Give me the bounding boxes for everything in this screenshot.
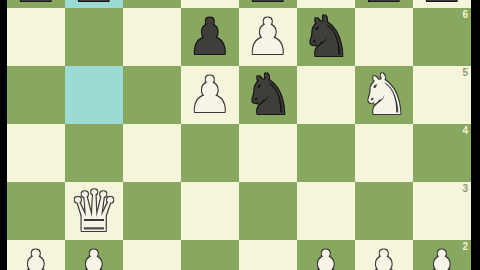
square-g6[interactable]: [355, 8, 413, 66]
black-pawn-h7[interactable]: ♟: [420, 0, 465, 9]
white-pawn-d5[interactable]: ♟: [188, 70, 233, 120]
square-e4[interactable]: [239, 124, 297, 182]
square-e3[interactable]: [239, 182, 297, 240]
square-e6[interactable]: ♟: [239, 8, 297, 66]
black-knight-e5[interactable]: ♞: [243, 67, 293, 123]
square-h3[interactable]: 3: [413, 182, 471, 240]
rank-label-5: 5: [462, 68, 468, 78]
black-pawn-g7[interactable]: ♟: [362, 0, 407, 9]
square-g5[interactable]: ♞: [355, 66, 413, 124]
square-a7[interactable]: ♟: [7, 0, 65, 8]
white-pawn-f2[interactable]: ♟: [304, 244, 349, 270]
square-b2[interactable]: ♟: [65, 240, 123, 270]
letterbox-right: [471, 0, 480, 270]
black-pawn-d6[interactable]: ♟: [188, 12, 233, 62]
rank-label-3: 3: [462, 184, 468, 194]
square-g4[interactable]: [355, 124, 413, 182]
square-c2[interactable]: [123, 240, 181, 270]
square-c3[interactable]: [123, 182, 181, 240]
white-pawn-h2[interactable]: ♟: [420, 244, 465, 270]
square-h6[interactable]: 6: [413, 8, 471, 66]
square-e7[interactable]: ♟: [239, 0, 297, 8]
square-g7[interactable]: ♟: [355, 0, 413, 8]
square-f4[interactable]: [297, 124, 355, 182]
square-a5[interactable]: [7, 66, 65, 124]
square-c4[interactable]: [123, 124, 181, 182]
square-b3[interactable]: ♛: [65, 182, 123, 240]
square-d3[interactable]: [181, 182, 239, 240]
square-f3[interactable]: [297, 182, 355, 240]
square-h7[interactable]: ♟: [413, 0, 471, 8]
square-c7[interactable]: [123, 0, 181, 8]
rank-label-2: 2: [462, 242, 468, 252]
square-a4[interactable]: [7, 124, 65, 182]
white-pawn-b2[interactable]: ♟: [72, 244, 117, 270]
square-b6[interactable]: [65, 8, 123, 66]
square-d7[interactable]: [181, 0, 239, 8]
black-pawn-a7[interactable]: ♟: [14, 0, 59, 9]
square-b5[interactable]: [65, 66, 123, 124]
square-f5[interactable]: [297, 66, 355, 124]
black-knight-f6[interactable]: ♞: [301, 9, 351, 65]
square-a6[interactable]: [7, 8, 65, 66]
black-pawn-b7[interactable]: ♟: [72, 0, 117, 9]
square-f6[interactable]: ♞: [297, 8, 355, 66]
square-d4[interactable]: [181, 124, 239, 182]
white-queen-b3[interactable]: ♛: [68, 183, 119, 240]
square-h4[interactable]: 4: [413, 124, 471, 182]
rank-label-4: 4: [462, 126, 468, 136]
white-pawn-e6[interactable]: ♟: [246, 12, 291, 62]
white-pawn-g2[interactable]: ♟: [362, 244, 407, 270]
white-knight-g5[interactable]: ♞: [359, 67, 409, 123]
square-d2[interactable]: [181, 240, 239, 270]
square-e5[interactable]: ♞: [239, 66, 297, 124]
square-h5[interactable]: 5: [413, 66, 471, 124]
letterbox-left: [0, 0, 7, 270]
square-c5[interactable]: [123, 66, 181, 124]
square-d5[interactable]: ♟: [181, 66, 239, 124]
chess-board[interactable]: ♟♟♟♟♟♟♟♞6♟♞♞54♛3♟♟♟♟♟2: [7, 0, 471, 270]
square-g2[interactable]: ♟: [355, 240, 413, 270]
square-g3[interactable]: [355, 182, 413, 240]
square-a3[interactable]: [7, 182, 65, 240]
chess-app-viewport: ♟♟♟♟♟♟♟♞6♟♞♞54♛3♟♟♟♟♟2: [0, 0, 480, 270]
rank-label-6: 6: [462, 10, 468, 20]
square-d6[interactable]: ♟: [181, 8, 239, 66]
square-h2[interactable]: ♟2: [413, 240, 471, 270]
square-f2[interactable]: ♟: [297, 240, 355, 270]
square-a2[interactable]: ♟: [7, 240, 65, 270]
square-b7[interactable]: ♟: [65, 0, 123, 8]
white-pawn-a2[interactable]: ♟: [14, 244, 59, 270]
square-b4[interactable]: [65, 124, 123, 182]
square-e2[interactable]: [239, 240, 297, 270]
square-c6[interactable]: [123, 8, 181, 66]
